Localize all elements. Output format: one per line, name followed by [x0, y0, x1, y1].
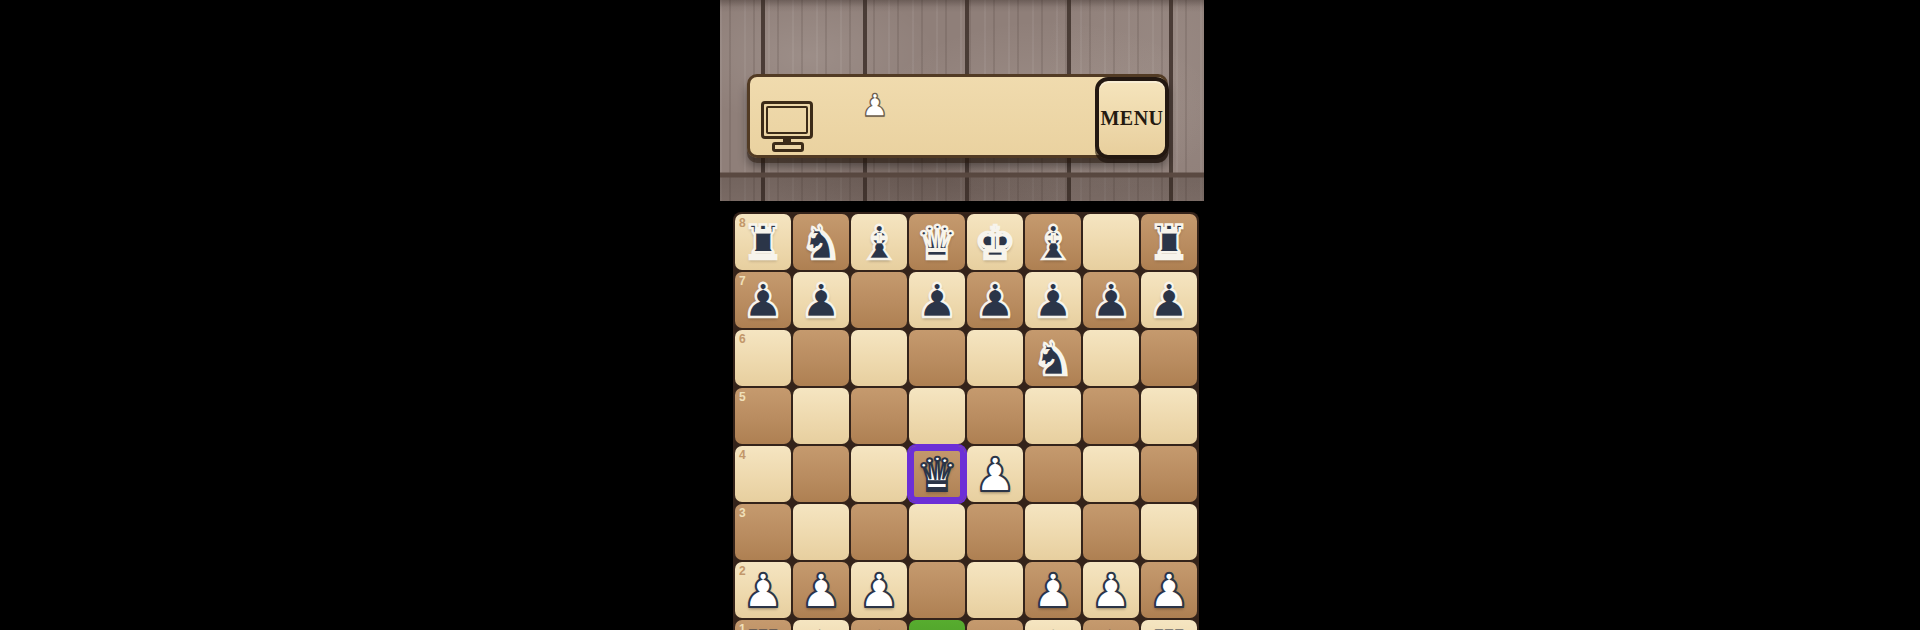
piece-white-knight-b1[interactable]: ♞ — [793, 620, 849, 630]
piece-white-pawn-a2[interactable]: ♟ — [735, 562, 791, 618]
monitor-stand-base — [772, 142, 804, 152]
square-g6[interactable] — [1083, 330, 1139, 386]
piece-white-pawn-h2[interactable]: ♟ — [1141, 562, 1197, 618]
piece-black-pawn-e7[interactable]: ♟ — [967, 272, 1023, 328]
piece-white-pawn-f2[interactable]: ♟ — [1025, 562, 1081, 618]
square-b2[interactable]: ♟ — [793, 562, 849, 618]
square-g8[interactable] — [1083, 214, 1139, 270]
menu-button[interactable]: MENU — [1095, 77, 1169, 159]
square-b6[interactable] — [793, 330, 849, 386]
square-h1[interactable]: ♜ — [1141, 620, 1197, 630]
square-b1[interactable]: ♞ — [793, 620, 849, 630]
square-c3[interactable] — [851, 504, 907, 560]
square-f7[interactable]: ♟ — [1025, 272, 1081, 328]
square-h2[interactable]: ♟ — [1141, 562, 1197, 618]
square-g5[interactable] — [1083, 388, 1139, 444]
square-d1[interactable] — [909, 620, 965, 630]
square-c6[interactable] — [851, 330, 907, 386]
square-b7[interactable]: ♟ — [793, 272, 849, 328]
square-f8[interactable]: ♝ — [1025, 214, 1081, 270]
square-a5[interactable]: 5 — [735, 388, 791, 444]
square-b5[interactable] — [793, 388, 849, 444]
square-e4[interactable]: ♟ — [967, 446, 1023, 502]
white-pawn-icon: ♟ — [861, 88, 889, 122]
square-f5[interactable] — [1025, 388, 1081, 444]
square-b3[interactable] — [793, 504, 849, 560]
piece-black-king-e8[interactable]: ♚ — [967, 214, 1023, 270]
piece-black-pawn-b7[interactable]: ♟ — [793, 272, 849, 328]
square-h7[interactable]: ♟ — [1141, 272, 1197, 328]
square-a6[interactable]: 6 — [735, 330, 791, 386]
square-g2[interactable]: ♟ — [1083, 562, 1139, 618]
square-a4[interactable]: 4 — [735, 446, 791, 502]
chess-board: 8♜♞♝♛♚♝♜7♟♟♟♟♟♟♟6♞54♛♟32♟♟♟♟♟♟1♜♞♝♚♝♞♜ — [733, 212, 1199, 630]
piece-white-rook-h1[interactable]: ♜ — [1141, 620, 1197, 630]
square-a7[interactable]: 7♟ — [735, 272, 791, 328]
square-f2[interactable]: ♟ — [1025, 562, 1081, 618]
square-d2[interactable] — [909, 562, 965, 618]
square-g7[interactable]: ♟ — [1083, 272, 1139, 328]
square-h4[interactable] — [1141, 446, 1197, 502]
piece-black-queen-d8[interactable]: ♛ — [909, 214, 965, 270]
square-c2[interactable]: ♟ — [851, 562, 907, 618]
square-b4[interactable] — [793, 446, 849, 502]
square-c7[interactable] — [851, 272, 907, 328]
square-d5[interactable] — [909, 388, 965, 444]
square-d6[interactable] — [909, 330, 965, 386]
square-f3[interactable] — [1025, 504, 1081, 560]
piece-white-pawn-g2[interactable]: ♟ — [1083, 562, 1139, 618]
piece-black-pawn-f7[interactable]: ♟ — [1025, 272, 1081, 328]
rank-label-6: 6 — [739, 332, 746, 346]
piece-black-rook-h8[interactable]: ♜ — [1141, 214, 1197, 270]
piece-black-pawn-g7[interactable]: ♟ — [1083, 272, 1139, 328]
square-e2[interactable] — [967, 562, 1023, 618]
square-a2[interactable]: 2♟ — [735, 562, 791, 618]
piece-black-knight-b8[interactable]: ♞ — [793, 214, 849, 270]
square-a8[interactable]: 8♜ — [735, 214, 791, 270]
piece-white-pawn-b2[interactable]: ♟ — [793, 562, 849, 618]
piece-white-king-e1[interactable]: ♚ — [967, 620, 1023, 630]
piece-white-bishop-f1[interactable]: ♝ — [1025, 620, 1081, 630]
square-d7[interactable]: ♟ — [909, 272, 965, 328]
square-f4[interactable] — [1025, 446, 1081, 502]
square-e8[interactable]: ♚ — [967, 214, 1023, 270]
app-stage: ♟ MENU 8♜♞♝♛♚♝♜7♟♟♟♟♟♟♟6♞54♛♟32♟♟♟♟♟♟1♜♞… — [720, 0, 1204, 630]
piece-white-bishop-c1[interactable]: ♝ — [851, 620, 907, 630]
square-a1[interactable]: 1♜ — [735, 620, 791, 630]
monitor-screen-inner — [766, 106, 808, 134]
piece-black-rook-a8[interactable]: ♜ — [735, 214, 791, 270]
square-e1[interactable]: ♚ — [967, 620, 1023, 630]
piece-black-knight-f6[interactable]: ♞ — [1025, 330, 1081, 386]
square-h6[interactable] — [1141, 330, 1197, 386]
square-c1[interactable]: ♝ — [851, 620, 907, 630]
square-g1[interactable]: ♞ — [1083, 620, 1139, 630]
rank-label-3: 3 — [739, 506, 746, 520]
piece-black-bishop-c8[interactable]: ♝ — [851, 214, 907, 270]
piece-black-pawn-a7[interactable]: ♟ — [735, 272, 791, 328]
piece-black-pawn-d7[interactable]: ♟ — [909, 272, 965, 328]
square-h3[interactable] — [1141, 504, 1197, 560]
square-e7[interactable]: ♟ — [967, 272, 1023, 328]
square-c8[interactable]: ♝ — [851, 214, 907, 270]
square-d3[interactable] — [909, 504, 965, 560]
square-b8[interactable]: ♞ — [793, 214, 849, 270]
square-d8[interactable]: ♛ — [909, 214, 965, 270]
square-e3[interactable] — [967, 504, 1023, 560]
monitor-screen — [761, 101, 813, 139]
piece-black-pawn-h7[interactable]: ♟ — [1141, 272, 1197, 328]
piece-white-rook-a1[interactable]: ♜ — [735, 620, 791, 630]
square-h8[interactable]: ♜ — [1141, 214, 1197, 270]
square-c5[interactable] — [851, 388, 907, 444]
square-h5[interactable] — [1141, 388, 1197, 444]
piece-white-knight-g1[interactable]: ♞ — [1083, 620, 1139, 630]
square-g4[interactable] — [1083, 446, 1139, 502]
square-e5[interactable] — [967, 388, 1023, 444]
square-f6[interactable]: ♞ — [1025, 330, 1081, 386]
square-e6[interactable] — [967, 330, 1023, 386]
piece-black-bishop-f8[interactable]: ♝ — [1025, 214, 1081, 270]
square-a3[interactable]: 3 — [735, 504, 791, 560]
piece-white-pawn-e4[interactable]: ♟ — [967, 446, 1023, 502]
piece-white-pawn-c2[interactable]: ♟ — [851, 562, 907, 618]
rank-label-4: 4 — [739, 448, 746, 462]
square-d4[interactable]: ♛ — [909, 446, 965, 502]
square-f1[interactable]: ♝ — [1025, 620, 1081, 630]
square-g3[interactable] — [1083, 504, 1139, 560]
square-c4[interactable] — [851, 446, 907, 502]
rank-label-5: 5 — [739, 390, 746, 404]
piece-white-queen-d4[interactable]: ♛ — [909, 446, 965, 502]
